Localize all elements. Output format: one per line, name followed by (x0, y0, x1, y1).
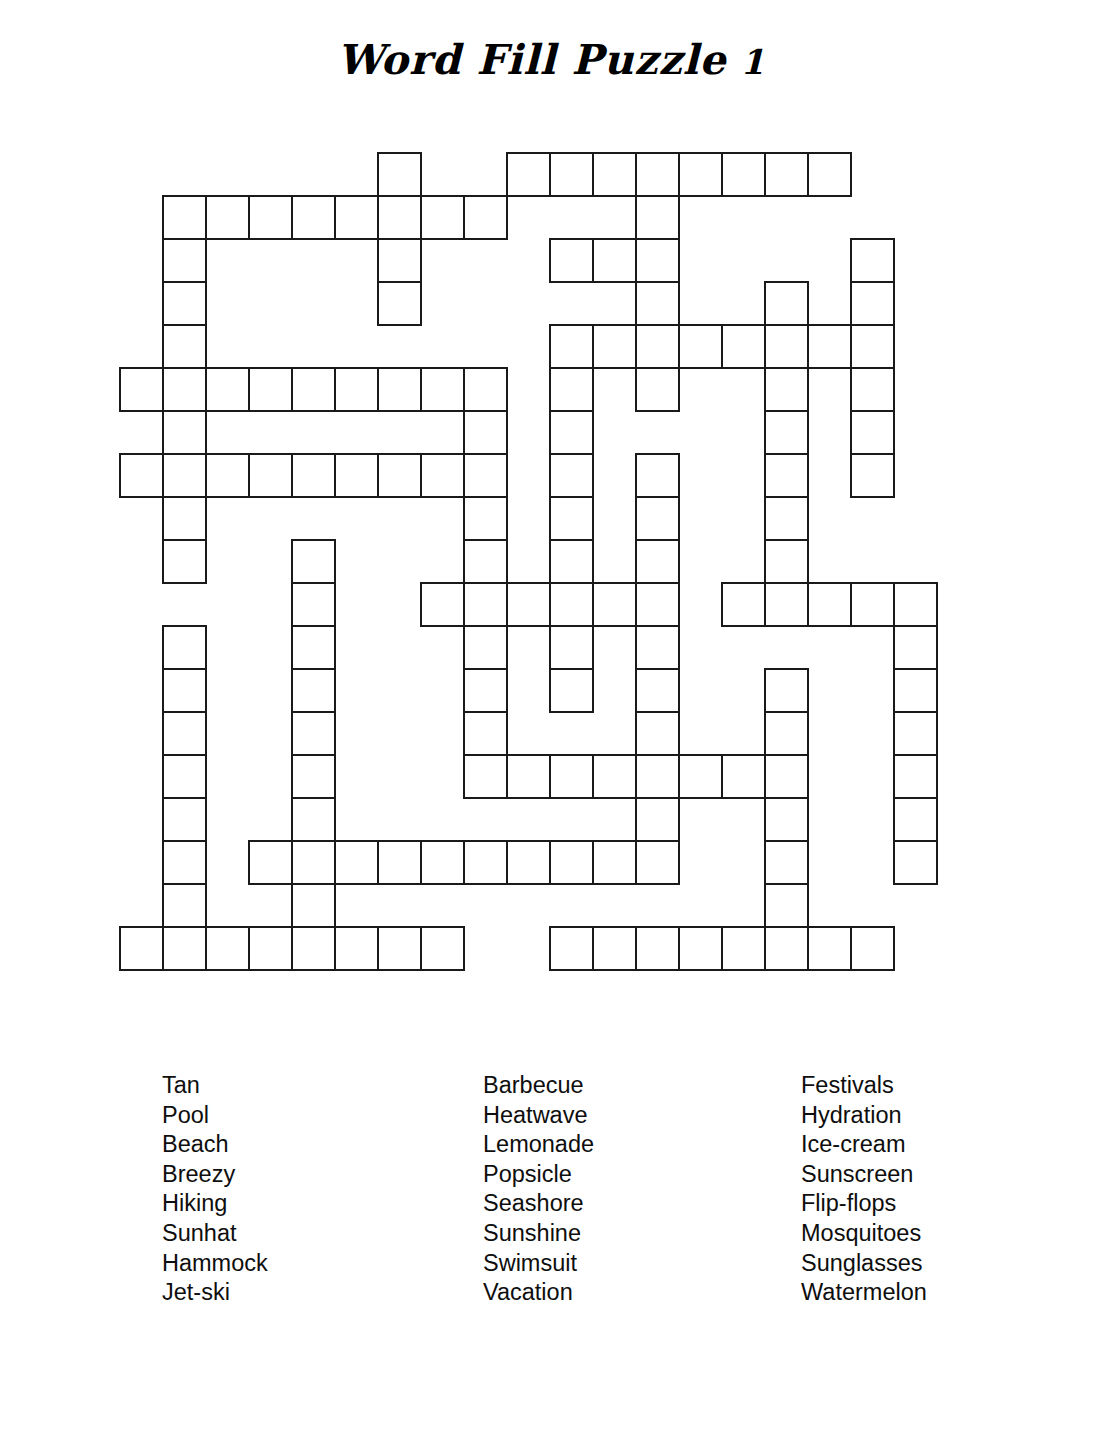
grid-cell-r10c11[interactable] (592, 582, 637, 627)
grid-cell-r10c9[interactable] (506, 582, 551, 627)
grid-cell-r7c5[interactable] (334, 453, 379, 498)
grid-cell-r10c14[interactable] (721, 582, 766, 627)
grid-cell-r18c6[interactable] (377, 926, 422, 971)
grid-cell-r16c10[interactable] (549, 840, 594, 885)
grid-cell-r18c16[interactable] (807, 926, 852, 971)
word-item: Swimsuit (483, 1249, 594, 1279)
grid-cell-r3c17[interactable] (850, 281, 895, 326)
grid-cell-r1c12[interactable] (635, 195, 680, 240)
grid-cell-r5c4[interactable] (291, 367, 336, 412)
grid-cell-r14c18[interactable] (893, 754, 938, 799)
grid-cell-r4c11[interactable] (592, 324, 637, 369)
grid-cell-r14c11[interactable] (592, 754, 637, 799)
grid-cell-r15c15[interactable] (764, 797, 809, 842)
word-item: Sunglasses (801, 1249, 927, 1279)
grid-cell-r12c1[interactable] (162, 668, 207, 713)
grid-cell-r2c17[interactable] (850, 238, 895, 283)
grid-cell-r5c0[interactable] (119, 367, 164, 412)
grid-cell-r11c12[interactable] (635, 625, 680, 670)
grid-cell-r15c4[interactable] (291, 797, 336, 842)
grid-cell-r9c10[interactable] (549, 539, 594, 584)
grid-cell-r5c6[interactable] (377, 367, 422, 412)
grid-cell-r16c1[interactable] (162, 840, 207, 885)
word-item: Ice-cream (801, 1130, 927, 1160)
grid-cell-r5c15[interactable] (764, 367, 809, 412)
grid-cell-r13c8[interactable] (463, 711, 508, 756)
grid-cell-r0c10[interactable] (549, 152, 594, 197)
word-item: Beach (162, 1130, 268, 1160)
word-list-column-3: FestivalsHydrationIce-creamSunscreenFlip… (801, 1071, 927, 1308)
grid-cell-r10c15[interactable] (764, 582, 809, 627)
word-item: Sunhat (162, 1219, 268, 1249)
grid-cell-r18c11[interactable] (592, 926, 637, 971)
grid-cell-r6c8[interactable] (463, 410, 508, 455)
grid-cell-r7c2[interactable] (205, 453, 250, 498)
grid-cell-r18c12[interactable] (635, 926, 680, 971)
grid-cell-r11c1[interactable] (162, 625, 207, 670)
grid-cell-r18c5[interactable] (334, 926, 379, 971)
grid-cell-r4c17[interactable] (850, 324, 895, 369)
grid-cell-r5c12[interactable] (635, 367, 680, 412)
word-item: Hiking (162, 1189, 268, 1219)
grid-cell-r5c17[interactable] (850, 367, 895, 412)
grid-cell-r16c5[interactable] (334, 840, 379, 885)
grid-cell-r10c18[interactable] (893, 582, 938, 627)
grid-cell-r16c15[interactable] (764, 840, 809, 885)
puzzle-grid (119, 152, 938, 971)
grid-cell-r18c3[interactable] (248, 926, 293, 971)
grid-cell-r12c4[interactable] (291, 668, 336, 713)
grid-cell-r12c10[interactable] (549, 668, 594, 713)
grid-cell-r7c7[interactable] (420, 453, 465, 498)
grid-cell-r18c15[interactable] (764, 926, 809, 971)
grid-cell-r18c10[interactable] (549, 926, 594, 971)
grid-cell-r14c13[interactable] (678, 754, 723, 799)
word-list-column-1: TanPoolBeachBreezyHikingSunhatHammockJet… (162, 1071, 268, 1308)
grid-cell-r6c17[interactable] (850, 410, 895, 455)
grid-cell-r8c1[interactable] (162, 496, 207, 541)
grid-cell-r12c8[interactable] (463, 668, 508, 713)
grid-cell-r8c8[interactable] (463, 496, 508, 541)
grid-cell-r6c10[interactable] (549, 410, 594, 455)
grid-cell-r16c4[interactable] (291, 840, 336, 885)
grid-cell-r10c16[interactable] (807, 582, 852, 627)
grid-cell-r16c11[interactable] (592, 840, 637, 885)
grid-cell-r9c12[interactable] (635, 539, 680, 584)
grid-cell-r2c10[interactable] (549, 238, 594, 283)
word-item: Popsicle (483, 1160, 594, 1190)
grid-cell-r7c17[interactable] (850, 453, 895, 498)
grid-cell-r2c6[interactable] (377, 238, 422, 283)
grid-cell-r16c18[interactable] (893, 840, 938, 885)
grid-cell-r16c9[interactable] (506, 840, 551, 885)
grid-cell-r14c12[interactable] (635, 754, 680, 799)
grid-cell-r14c14[interactable] (721, 754, 766, 799)
word-item: Hydration (801, 1101, 927, 1131)
grid-cell-r17c1[interactable] (162, 883, 207, 928)
grid-cell-r6c15[interactable] (764, 410, 809, 455)
grid-cell-r15c12[interactable] (635, 797, 680, 842)
grid-cell-r11c10[interactable] (549, 625, 594, 670)
grid-cell-r14c4[interactable] (291, 754, 336, 799)
grid-cell-r9c4[interactable] (291, 539, 336, 584)
grid-cell-r0c9[interactable] (506, 152, 551, 197)
page-title-text: Word Fill Puzzle (337, 36, 727, 84)
grid-cell-r16c8[interactable] (463, 840, 508, 885)
word-item: Heatwave (483, 1101, 594, 1131)
grid-cell-r1c2[interactable] (205, 195, 250, 240)
grid-cell-r2c11[interactable] (592, 238, 637, 283)
grid-cell-r0c14[interactable] (721, 152, 766, 197)
grid-cell-r1c5[interactable] (334, 195, 379, 240)
word-item: Festivals (801, 1071, 927, 1101)
grid-cell-r10c4[interactable] (291, 582, 336, 627)
grid-cell-r5c8[interactable] (463, 367, 508, 412)
grid-cell-r7c6[interactable] (377, 453, 422, 498)
grid-cell-r7c0[interactable] (119, 453, 164, 498)
word-item: Hammock (162, 1249, 268, 1279)
grid-cell-r1c8[interactable] (463, 195, 508, 240)
word-item: Barbecue (483, 1071, 594, 1101)
grid-cell-r4c13[interactable] (678, 324, 723, 369)
grid-cell-r0c16[interactable] (807, 152, 852, 197)
grid-cell-r10c17[interactable] (850, 582, 895, 627)
grid-cell-r1c4[interactable] (291, 195, 336, 240)
grid-cell-r4c1[interactable] (162, 324, 207, 369)
grid-cell-r13c18[interactable] (893, 711, 938, 756)
grid-cell-r14c1[interactable] (162, 754, 207, 799)
grid-cell-r12c15[interactable] (764, 668, 809, 713)
grid-cell-r18c14[interactable] (721, 926, 766, 971)
grid-cell-r5c10[interactable] (549, 367, 594, 412)
grid-cell-r2c1[interactable] (162, 238, 207, 283)
grid-cell-r13c4[interactable] (291, 711, 336, 756)
grid-cell-r13c1[interactable] (162, 711, 207, 756)
grid-cell-r12c12[interactable] (635, 668, 680, 713)
grid-cell-r4c16[interactable] (807, 324, 852, 369)
grid-cell-r15c18[interactable] (893, 797, 938, 842)
word-item: Lemonade (483, 1130, 594, 1160)
grid-cell-r9c8[interactable] (463, 539, 508, 584)
grid-cell-r7c10[interactable] (549, 453, 594, 498)
grid-cell-r17c4[interactable] (291, 883, 336, 928)
grid-cell-r7c8[interactable] (463, 453, 508, 498)
grid-cell-r7c3[interactable] (248, 453, 293, 498)
word-item: Tan (162, 1071, 268, 1101)
word-item: Seashore (483, 1189, 594, 1219)
grid-cell-r0c15[interactable] (764, 152, 809, 197)
grid-cell-r7c4[interactable] (291, 453, 336, 498)
grid-cell-r4c15[interactable] (764, 324, 809, 369)
grid-cell-r3c15[interactable] (764, 281, 809, 326)
grid-cell-r6c1[interactable] (162, 410, 207, 455)
grid-cell-r3c1[interactable] (162, 281, 207, 326)
grid-cell-r5c1[interactable] (162, 367, 207, 412)
grid-cell-r4c14[interactable] (721, 324, 766, 369)
grid-cell-r3c12[interactable] (635, 281, 680, 326)
grid-cell-r15c1[interactable] (162, 797, 207, 842)
grid-cell-r1c7[interactable] (420, 195, 465, 240)
grid-cell-r18c0[interactable] (119, 926, 164, 971)
grid-cell-r5c2[interactable] (205, 367, 250, 412)
grid-cell-r11c18[interactable] (893, 625, 938, 670)
word-item: Watermelon (801, 1278, 927, 1308)
word-item: Jet-ski (162, 1278, 268, 1308)
grid-cell-r5c7[interactable] (420, 367, 465, 412)
grid-cell-r4c10[interactable] (549, 324, 594, 369)
grid-cell-r13c15[interactable] (764, 711, 809, 756)
grid-cell-r5c3[interactable] (248, 367, 293, 412)
page-title: Word Fill Puzzle1 (0, 36, 1102, 84)
grid-cell-r10c10[interactable] (549, 582, 594, 627)
grid-cell-r16c7[interactable] (420, 840, 465, 885)
grid-cell-r16c3[interactable] (248, 840, 293, 885)
grid-cell-r9c15[interactable] (764, 539, 809, 584)
grid-cell-r18c7[interactable] (420, 926, 465, 971)
grid-cell-r1c6[interactable] (377, 195, 422, 240)
grid-cell-r9c1[interactable] (162, 539, 207, 584)
grid-cell-r11c4[interactable] (291, 625, 336, 670)
word-list-column-2: BarbecueHeatwaveLemonadePopsicleSeashore… (483, 1071, 594, 1308)
grid-cell-r8c12[interactable] (635, 496, 680, 541)
grid-cell-r8c10[interactable] (549, 496, 594, 541)
grid-cell-r3c6[interactable] (377, 281, 422, 326)
grid-cell-r16c12[interactable] (635, 840, 680, 885)
word-item: Vacation (483, 1278, 594, 1308)
grid-cell-r7c12[interactable] (635, 453, 680, 498)
grid-cell-r18c13[interactable] (678, 926, 723, 971)
grid-cell-r11c8[interactable] (463, 625, 508, 670)
grid-cell-r18c17[interactable] (850, 926, 895, 971)
grid-cell-r10c12[interactable] (635, 582, 680, 627)
grid-cell-r18c4[interactable] (291, 926, 336, 971)
grid-cell-r8c15[interactable] (764, 496, 809, 541)
grid-cell-r17c15[interactable] (764, 883, 809, 928)
word-item: Breezy (162, 1160, 268, 1190)
grid-cell-r14c9[interactable] (506, 754, 551, 799)
word-item: Pool (162, 1101, 268, 1131)
grid-cell-r1c3[interactable] (248, 195, 293, 240)
grid-cell-r1c1[interactable] (162, 195, 207, 240)
grid-cell-r14c8[interactable] (463, 754, 508, 799)
grid-cell-r5c5[interactable] (334, 367, 379, 412)
grid-cell-r12c18[interactable] (893, 668, 938, 713)
grid-cell-r14c10[interactable] (549, 754, 594, 799)
grid-cell-r14c15[interactable] (764, 754, 809, 799)
puzzle-page: Word Fill Puzzle1 TanPoolBeachBreezyHiki… (0, 0, 1102, 1434)
grid-cell-r4c12[interactable] (635, 324, 680, 369)
word-item: Mosquitoes (801, 1219, 927, 1249)
grid-cell-r0c11[interactable] (592, 152, 637, 197)
grid-cell-r0c6[interactable] (377, 152, 422, 197)
grid-cell-r18c2[interactable] (205, 926, 250, 971)
grid-cell-r13c12[interactable] (635, 711, 680, 756)
word-item: Flip-flops (801, 1189, 927, 1219)
grid-cell-r16c6[interactable] (377, 840, 422, 885)
grid-cell-r7c15[interactable] (764, 453, 809, 498)
puzzle-number: 1 (740, 42, 765, 82)
grid-cell-r0c12[interactable] (635, 152, 680, 197)
grid-cell-r18c1[interactable] (162, 926, 207, 971)
word-item: Sunshine (483, 1219, 594, 1249)
word-item: Sunscreen (801, 1160, 927, 1190)
grid-cell-r10c7[interactable] (420, 582, 465, 627)
grid-cell-r2c12[interactable] (635, 238, 680, 283)
grid-cell-r7c1[interactable] (162, 453, 207, 498)
grid-cell-r0c13[interactable] (678, 152, 723, 197)
grid-cell-r10c8[interactable] (463, 582, 508, 627)
